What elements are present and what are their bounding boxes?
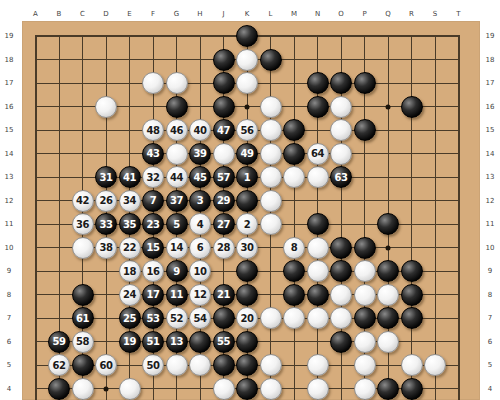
stone-number: 18 <box>123 266 136 277</box>
stone-M9 <box>283 260 305 282</box>
stone-J6: 55 <box>213 331 235 353</box>
grid-line-v <box>294 36 295 400</box>
stone-number: 52 <box>170 313 183 324</box>
stone-H11: 4 <box>189 213 211 235</box>
stone-number: 31 <box>100 172 113 183</box>
stone-B5: 62 <box>48 354 70 376</box>
column-label-J: J <box>222 10 224 18</box>
stone-L12 <box>260 190 282 212</box>
stone-F7: 53 <box>142 307 164 329</box>
stone-number: 59 <box>53 336 66 347</box>
star-point <box>386 104 391 109</box>
stone-F9: 16 <box>142 260 164 282</box>
stone-H8: 12 <box>189 284 211 306</box>
stone-F5: 50 <box>142 354 164 376</box>
stone-O13: 63 <box>330 166 352 188</box>
stone-E9: 18 <box>119 260 141 282</box>
column-label-D: D <box>103 10 108 18</box>
column-label-A: A <box>33 10 38 18</box>
stone-number: 45 <box>194 172 207 183</box>
stone-K10: 30 <box>236 237 258 259</box>
stone-number: 61 <box>76 313 89 324</box>
stone-L4 <box>260 378 282 400</box>
stone-B6: 59 <box>48 331 70 353</box>
stone-H9: 10 <box>189 260 211 282</box>
column-label-N: N <box>315 10 320 18</box>
stone-Q11 <box>377 213 399 235</box>
stone-M10: 8 <box>283 237 305 259</box>
stone-G12: 37 <box>166 190 188 212</box>
stone-Q7 <box>377 307 399 329</box>
stone-J8: 21 <box>213 284 235 306</box>
stone-K17 <box>236 72 258 94</box>
stone-F6: 51 <box>142 331 164 353</box>
stone-N17 <box>307 72 329 94</box>
stone-K19 <box>236 25 258 47</box>
column-label-M: M <box>291 10 297 18</box>
stone-O16 <box>330 96 352 118</box>
stone-E13: 41 <box>119 166 141 188</box>
stone-number: 36 <box>76 219 89 230</box>
stone-number: 39 <box>194 148 207 159</box>
stone-C12: 42 <box>72 190 94 212</box>
stone-J15: 47 <box>213 119 235 141</box>
stone-H15: 40 <box>189 119 211 141</box>
stone-G16 <box>166 96 188 118</box>
stone-N7 <box>307 307 329 329</box>
stone-O9 <box>330 260 352 282</box>
stone-number: 49 <box>241 148 254 159</box>
stone-L18 <box>260 49 282 71</box>
stone-number: 35 <box>123 219 136 230</box>
stone-O17 <box>330 72 352 94</box>
row-label-left-15: 15 <box>5 126 14 134</box>
row-label-left-6: 6 <box>7 338 11 346</box>
stone-C7: 61 <box>72 307 94 329</box>
row-label-right-18: 18 <box>486 56 495 64</box>
stone-number: 64 <box>311 148 324 159</box>
stone-M15 <box>283 119 305 141</box>
row-label-left-4: 4 <box>7 385 11 393</box>
column-label-S: S <box>433 10 437 18</box>
row-label-right-19: 19 <box>486 32 495 40</box>
stone-P8 <box>354 284 376 306</box>
grid-line-v <box>435 36 436 400</box>
stone-number: 58 <box>76 336 89 347</box>
stone-number: 13 <box>170 336 183 347</box>
stone-D16 <box>95 96 117 118</box>
row-label-left-5: 5 <box>7 361 11 369</box>
stone-number: 24 <box>123 289 136 300</box>
stone-number: 10 <box>194 266 207 277</box>
stone-number: 3 <box>197 195 203 206</box>
stone-number: 6 <box>197 242 203 253</box>
row-label-right-9: 9 <box>488 267 492 275</box>
stone-number: 34 <box>123 195 136 206</box>
stone-number: 2 <box>244 219 250 230</box>
stone-number: 30 <box>241 242 254 253</box>
stone-J13: 57 <box>213 166 235 188</box>
stone-number: 7 <box>150 195 156 206</box>
stone-J5 <box>213 354 235 376</box>
stone-O14 <box>330 143 352 165</box>
stone-J18 <box>213 49 235 71</box>
row-label-right-16: 16 <box>486 103 495 111</box>
stone-number: 56 <box>241 125 254 136</box>
star-point <box>104 386 109 391</box>
stone-number: 62 <box>53 360 66 371</box>
stone-number: 41 <box>123 172 136 183</box>
stone-number: 54 <box>194 313 207 324</box>
stone-number: 21 <box>217 289 230 300</box>
stone-number: 11 <box>170 289 183 300</box>
row-label-left-8: 8 <box>7 291 11 299</box>
star-point <box>386 245 391 250</box>
stone-D12: 26 <box>95 190 117 212</box>
stone-number: 42 <box>76 195 89 206</box>
stone-number: 26 <box>100 195 113 206</box>
stone-number: 51 <box>147 336 160 347</box>
stone-N16 <box>307 96 329 118</box>
stone-L5 <box>260 354 282 376</box>
stone-K15: 56 <box>236 119 258 141</box>
stone-F14: 43 <box>142 143 164 165</box>
stone-R7 <box>401 307 423 329</box>
stone-number: 33 <box>100 219 113 230</box>
row-label-right-11: 11 <box>486 220 495 228</box>
stone-R9 <box>401 260 423 282</box>
stone-E11: 35 <box>119 213 141 235</box>
stone-N14: 64 <box>307 143 329 165</box>
row-label-left-16: 16 <box>5 103 14 111</box>
stone-B4 <box>48 378 70 400</box>
stone-E6: 19 <box>119 331 141 353</box>
stone-P9 <box>354 260 376 282</box>
stone-C11: 36 <box>72 213 94 235</box>
stone-D10: 38 <box>95 237 117 259</box>
stone-N11 <box>307 213 329 235</box>
row-label-right-12: 12 <box>486 197 495 205</box>
column-label-P: P <box>362 10 366 18</box>
stone-R5 <box>401 354 423 376</box>
grid-line-v <box>35 36 37 400</box>
row-label-left-12: 12 <box>5 197 14 205</box>
stone-number: 38 <box>100 242 113 253</box>
stone-number: 46 <box>170 125 183 136</box>
stone-M8 <box>283 284 305 306</box>
stone-number: 23 <box>147 219 160 230</box>
stone-number: 15 <box>147 242 160 253</box>
stone-number: 44 <box>170 172 183 183</box>
column-label-K: K <box>245 10 250 18</box>
row-label-right-17: 17 <box>486 79 495 87</box>
row-label-left-18: 18 <box>5 56 14 64</box>
stone-H5 <box>189 354 211 376</box>
stone-K6 <box>236 331 258 353</box>
stone-number: 32 <box>147 172 160 183</box>
stone-J7 <box>213 307 235 329</box>
stone-O8 <box>330 284 352 306</box>
stone-L14 <box>260 143 282 165</box>
stone-O10 <box>330 237 352 259</box>
stone-number: 9 <box>173 266 179 277</box>
stone-P4 <box>354 378 376 400</box>
row-label-left-11: 11 <box>5 220 14 228</box>
stone-M14 <box>283 143 305 165</box>
stone-Q6 <box>377 331 399 353</box>
stone-G10: 14 <box>166 237 188 259</box>
stone-N5 <box>307 354 329 376</box>
stone-J4 <box>213 378 235 400</box>
row-label-right-15: 15 <box>486 126 495 134</box>
stone-K4 <box>236 378 258 400</box>
stone-number: 60 <box>100 360 113 371</box>
stone-Q8 <box>377 284 399 306</box>
stone-R8 <box>401 284 423 306</box>
column-label-O: O <box>338 10 344 18</box>
stone-L7 <box>260 307 282 329</box>
row-label-right-10: 10 <box>486 244 495 252</box>
stone-S5 <box>424 354 446 376</box>
stone-J12: 29 <box>213 190 235 212</box>
stone-D5: 60 <box>95 354 117 376</box>
stone-K9 <box>236 260 258 282</box>
stone-K5 <box>236 354 258 376</box>
stone-G7: 52 <box>166 307 188 329</box>
stone-N9 <box>307 260 329 282</box>
stone-number: 27 <box>217 219 230 230</box>
stone-P5 <box>354 354 376 376</box>
stone-P17 <box>354 72 376 94</box>
stone-number: 20 <box>241 313 254 324</box>
stone-F12: 7 <box>142 190 164 212</box>
column-label-T: T <box>456 10 460 18</box>
stone-J17 <box>213 72 235 94</box>
stone-O7 <box>330 307 352 329</box>
stone-number: 53 <box>147 313 160 324</box>
stone-K13: 1 <box>236 166 258 188</box>
stone-J16 <box>213 96 235 118</box>
stone-G17 <box>166 72 188 94</box>
row-label-left-14: 14 <box>5 150 14 158</box>
stone-G5 <box>166 354 188 376</box>
stone-P7 <box>354 307 376 329</box>
stone-J10: 28 <box>213 237 235 259</box>
stone-number: 14 <box>170 242 183 253</box>
stone-O6 <box>330 331 352 353</box>
stone-P6 <box>354 331 376 353</box>
column-label-R: R <box>409 10 414 18</box>
stone-L13 <box>260 166 282 188</box>
stone-D11: 33 <box>95 213 117 235</box>
stone-number: 17 <box>147 289 160 300</box>
stone-N4 <box>307 378 329 400</box>
stone-G11: 5 <box>166 213 188 235</box>
row-label-left-13: 13 <box>5 173 14 181</box>
row-label-right-6: 6 <box>488 338 492 346</box>
column-label-F: F <box>151 10 155 18</box>
stone-number: 43 <box>147 148 160 159</box>
stone-M13 <box>283 166 305 188</box>
column-label-G: G <box>174 10 179 18</box>
stone-L15 <box>260 119 282 141</box>
go-diagram: ABCDEFGHJKLMNOPQRST191918181717161615151… <box>0 0 500 400</box>
stone-E7: 25 <box>119 307 141 329</box>
column-label-L: L <box>269 10 273 18</box>
stone-P15 <box>354 119 376 141</box>
column-label-C: C <box>80 10 85 18</box>
stone-G15: 46 <box>166 119 188 141</box>
stone-N10 <box>307 237 329 259</box>
star-point <box>245 104 250 109</box>
stone-F15: 48 <box>142 119 164 141</box>
stone-E4 <box>119 378 141 400</box>
stone-C5 <box>72 354 94 376</box>
stone-number: 47 <box>217 125 230 136</box>
stone-E12: 34 <box>119 190 141 212</box>
stone-E10: 22 <box>119 237 141 259</box>
stone-F13: 32 <box>142 166 164 188</box>
stone-K11: 2 <box>236 213 258 235</box>
stone-C4 <box>72 378 94 400</box>
stone-K12 <box>236 190 258 212</box>
row-label-left-19: 19 <box>5 32 14 40</box>
stone-E8: 24 <box>119 284 141 306</box>
stone-number: 25 <box>123 313 136 324</box>
stone-H10: 6 <box>189 237 211 259</box>
stone-H12: 3 <box>189 190 211 212</box>
stone-H14: 39 <box>189 143 211 165</box>
stone-number: 63 <box>335 172 348 183</box>
stone-Q9 <box>377 260 399 282</box>
stone-F11: 23 <box>142 213 164 235</box>
stone-R16 <box>401 96 423 118</box>
stone-K18 <box>236 49 258 71</box>
row-label-left-10: 10 <box>5 244 14 252</box>
row-label-right-14: 14 <box>486 150 495 158</box>
stone-number: 5 <box>173 219 179 230</box>
stone-R4 <box>401 378 423 400</box>
stone-G8: 11 <box>166 284 188 306</box>
stone-C6: 58 <box>72 331 94 353</box>
stone-Q4 <box>377 378 399 400</box>
stone-number: 55 <box>217 336 230 347</box>
stone-K7: 20 <box>236 307 258 329</box>
stone-H7: 54 <box>189 307 211 329</box>
stone-number: 40 <box>194 125 207 136</box>
stone-G14 <box>166 143 188 165</box>
stone-G9: 9 <box>166 260 188 282</box>
stone-P10 <box>354 237 376 259</box>
stone-number: 1 <box>244 172 250 183</box>
stone-H6 <box>189 331 211 353</box>
stone-K8 <box>236 284 258 306</box>
stone-number: 8 <box>291 242 297 253</box>
stone-N13 <box>307 166 329 188</box>
stone-M7 <box>283 307 305 329</box>
stone-C10 <box>72 237 94 259</box>
row-label-right-5: 5 <box>488 361 492 369</box>
stone-L16 <box>260 96 282 118</box>
row-label-right-13: 13 <box>486 173 495 181</box>
stone-G13: 44 <box>166 166 188 188</box>
stone-number: 50 <box>147 360 160 371</box>
stone-number: 48 <box>147 125 160 136</box>
stone-G6: 13 <box>166 331 188 353</box>
stone-O15 <box>330 119 352 141</box>
stone-number: 16 <box>147 266 160 277</box>
stone-number: 37 <box>170 195 183 206</box>
row-label-right-7: 7 <box>488 314 492 322</box>
row-label-left-7: 7 <box>7 314 11 322</box>
stone-J11: 27 <box>213 213 235 235</box>
stone-F8: 17 <box>142 284 164 306</box>
stone-K14: 49 <box>236 143 258 165</box>
row-label-left-9: 9 <box>7 267 11 275</box>
stone-J14 <box>213 143 235 165</box>
stone-C8 <box>72 284 94 306</box>
stone-number: 29 <box>217 195 230 206</box>
row-label-left-17: 17 <box>5 79 14 87</box>
column-label-E: E <box>127 10 131 18</box>
grid-line-v <box>411 36 412 400</box>
row-label-right-8: 8 <box>488 291 492 299</box>
stone-F10: 15 <box>142 237 164 259</box>
stone-number: 57 <box>217 172 230 183</box>
stone-D13: 31 <box>95 166 117 188</box>
stone-F17 <box>142 72 164 94</box>
stone-number: 19 <box>123 336 136 347</box>
stone-N8 <box>307 284 329 306</box>
column-label-Q: Q <box>385 10 391 18</box>
stone-H13: 45 <box>189 166 211 188</box>
stone-number: 28 <box>217 242 230 253</box>
grid-line-v <box>458 36 460 400</box>
stone-number: 12 <box>194 289 207 300</box>
column-label-H: H <box>197 10 202 18</box>
stone-number: 4 <box>197 219 203 230</box>
row-label-right-4: 4 <box>488 385 492 393</box>
stone-number: 22 <box>123 242 136 253</box>
stone-L11 <box>260 213 282 235</box>
column-label-B: B <box>57 10 62 18</box>
